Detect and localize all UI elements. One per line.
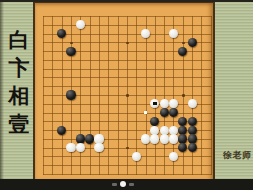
stone-white <box>160 99 169 108</box>
stone-white <box>160 134 169 143</box>
grid-vline <box>201 16 202 175</box>
stone-white <box>141 29 150 38</box>
playback-knob-icon[interactable] <box>120 181 126 187</box>
stone-black <box>188 143 197 152</box>
star-point <box>70 42 73 45</box>
label-char: 相 <box>9 85 30 107</box>
square-marker <box>144 111 148 115</box>
stone-black <box>169 108 178 117</box>
stone-black <box>178 117 187 126</box>
stone-white <box>169 29 178 38</box>
tick-left-icon <box>112 183 117 186</box>
star-point <box>182 42 185 45</box>
grid-hline <box>43 156 212 157</box>
label-char: 白 <box>9 29 30 51</box>
last-move-marker <box>153 102 156 105</box>
grid-vline <box>211 16 212 175</box>
star-point <box>126 94 129 97</box>
stone-white <box>169 99 178 108</box>
stone-black <box>178 47 187 56</box>
commentator-label: 徐老师 <box>223 149 252 162</box>
player-bar <box>0 179 253 190</box>
tick-right-icon <box>129 183 134 186</box>
stone-black <box>150 117 159 126</box>
white-player-vertical-label: 白 卞 相 壹 <box>5 29 33 135</box>
stone-black <box>66 90 75 99</box>
stone-black <box>178 143 187 152</box>
grid-hline <box>43 104 212 105</box>
stone-white <box>76 143 85 152</box>
stone-white <box>66 143 75 152</box>
stone-white <box>169 134 178 143</box>
grid-vline <box>146 16 147 175</box>
go-board[interactable] <box>33 1 215 183</box>
label-char: 卞 <box>9 57 30 79</box>
go-app-screen: 白 卞 相 壹 徐老师 <box>0 0 253 190</box>
stone-black <box>57 126 66 135</box>
stone-black <box>188 117 197 126</box>
grid-hline <box>43 165 212 166</box>
grid-hline <box>43 113 212 114</box>
star-point <box>182 94 185 97</box>
top-edge-strip <box>0 0 253 2</box>
label-char: 壹 <box>9 113 30 135</box>
star-point <box>126 42 129 45</box>
stone-white <box>188 99 197 108</box>
stone-white <box>150 134 159 143</box>
grid-vline <box>164 16 165 175</box>
grid-vline <box>155 16 156 175</box>
grid-hline <box>43 174 212 175</box>
stone-black <box>85 134 94 143</box>
playback-controls[interactable] <box>112 181 134 187</box>
stone-white <box>76 20 85 29</box>
stone-white <box>169 152 178 161</box>
stone-white <box>132 152 141 161</box>
stone-black <box>188 38 197 47</box>
stone-black <box>160 108 169 117</box>
stone-black <box>57 29 66 38</box>
stone-white <box>141 134 150 143</box>
stone-white <box>94 143 103 152</box>
stone-black <box>66 47 75 56</box>
